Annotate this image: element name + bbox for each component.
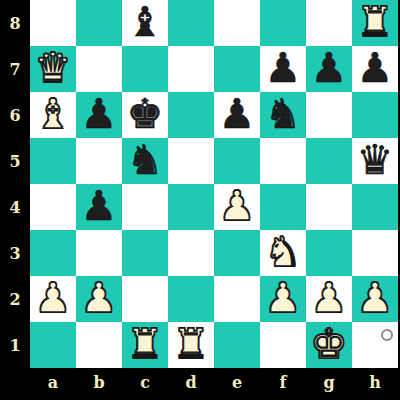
square-h8[interactable]: ♜ bbox=[352, 0, 398, 46]
piece-black-bishop[interactable]: ♝ bbox=[127, 0, 164, 45]
piece-white-pawn[interactable]: ♟ bbox=[81, 275, 118, 321]
file-label-a: a bbox=[30, 368, 76, 400]
square-e2[interactable] bbox=[214, 276, 260, 322]
square-b5[interactable] bbox=[76, 138, 122, 184]
file-label-h: h bbox=[352, 368, 398, 400]
square-h7[interactable]: ♟ bbox=[352, 46, 398, 92]
rank-label-5: 5 bbox=[0, 138, 30, 184]
piece-white-pawn[interactable]: ♟ bbox=[35, 275, 72, 321]
piece-white-bishop[interactable]: ♝ bbox=[35, 91, 72, 137]
piece-white-pawn[interactable]: ♟ bbox=[265, 275, 302, 321]
file-label-f: f bbox=[260, 368, 306, 400]
square-g2[interactable]: ♟ bbox=[306, 276, 352, 322]
square-d4[interactable] bbox=[168, 184, 214, 230]
chess-board: ♝♜♛♟♟♟♝♟♚♟♞♞♛♟♟♞♟♟♟♟♟♜♜♚ bbox=[30, 0, 398, 368]
square-c8[interactable]: ♝ bbox=[122, 0, 168, 46]
piece-black-knight[interactable]: ♞ bbox=[265, 91, 302, 137]
piece-black-pawn[interactable]: ♟ bbox=[265, 45, 302, 91]
square-d8[interactable] bbox=[168, 0, 214, 46]
square-e8[interactable] bbox=[214, 0, 260, 46]
rank-label-4: 4 bbox=[0, 184, 30, 230]
file-label-e: e bbox=[214, 368, 260, 400]
piece-white-rook[interactable]: ♜ bbox=[173, 321, 210, 367]
piece-black-pawn[interactable]: ♟ bbox=[81, 91, 118, 137]
file-label-d: d bbox=[168, 368, 214, 400]
piece-black-queen[interactable]: ♛ bbox=[357, 137, 394, 183]
piece-white-knight[interactable]: ♞ bbox=[265, 229, 302, 275]
piece-white-rook[interactable]: ♜ bbox=[357, 0, 394, 45]
square-b7[interactable] bbox=[76, 46, 122, 92]
square-c5[interactable]: ♞ bbox=[122, 138, 168, 184]
square-d3[interactable] bbox=[168, 230, 214, 276]
white-to-move-indicator bbox=[381, 329, 393, 341]
rank-label-6: 6 bbox=[0, 92, 30, 138]
square-f7[interactable]: ♟ bbox=[260, 46, 306, 92]
rank-label-3: 3 bbox=[0, 230, 30, 276]
square-a8[interactable] bbox=[30, 0, 76, 46]
square-a3[interactable] bbox=[30, 230, 76, 276]
piece-white-rook[interactable]: ♜ bbox=[127, 321, 164, 367]
square-a6[interactable]: ♝ bbox=[30, 92, 76, 138]
square-h1[interactable] bbox=[352, 322, 398, 368]
piece-white-pawn[interactable]: ♟ bbox=[357, 275, 394, 321]
square-c2[interactable] bbox=[122, 276, 168, 322]
square-a1[interactable] bbox=[30, 322, 76, 368]
piece-white-pawn[interactable]: ♟ bbox=[311, 275, 348, 321]
square-g7[interactable]: ♟ bbox=[306, 46, 352, 92]
square-b2[interactable]: ♟ bbox=[76, 276, 122, 322]
square-e3[interactable] bbox=[214, 230, 260, 276]
square-h6[interactable] bbox=[352, 92, 398, 138]
square-b8[interactable] bbox=[76, 0, 122, 46]
square-e5[interactable] bbox=[214, 138, 260, 184]
piece-white-queen[interactable]: ♛ bbox=[35, 45, 72, 91]
piece-white-pawn[interactable]: ♟ bbox=[219, 183, 256, 229]
piece-black-pawn[interactable]: ♟ bbox=[311, 45, 348, 91]
rank-label-7: 7 bbox=[0, 46, 30, 92]
square-f2[interactable]: ♟ bbox=[260, 276, 306, 322]
file-label-b: b bbox=[76, 368, 122, 400]
square-f1[interactable] bbox=[260, 322, 306, 368]
square-g3[interactable] bbox=[306, 230, 352, 276]
rank-label-2: 2 bbox=[0, 276, 30, 322]
square-b3[interactable] bbox=[76, 230, 122, 276]
piece-black-king[interactable]: ♚ bbox=[127, 91, 164, 137]
square-a4[interactable] bbox=[30, 184, 76, 230]
square-h4[interactable] bbox=[352, 184, 398, 230]
square-e1[interactable] bbox=[214, 322, 260, 368]
square-f4[interactable] bbox=[260, 184, 306, 230]
square-h2[interactable]: ♟ bbox=[352, 276, 398, 322]
piece-black-knight[interactable]: ♞ bbox=[127, 137, 164, 183]
square-f8[interactable] bbox=[260, 0, 306, 46]
square-f6[interactable]: ♞ bbox=[260, 92, 306, 138]
square-d2[interactable] bbox=[168, 276, 214, 322]
rank-label-8: 8 bbox=[0, 0, 30, 46]
square-a5[interactable] bbox=[30, 138, 76, 184]
square-e7[interactable] bbox=[214, 46, 260, 92]
square-d1[interactable]: ♜ bbox=[168, 322, 214, 368]
square-f5[interactable] bbox=[260, 138, 306, 184]
square-g1[interactable]: ♚ bbox=[306, 322, 352, 368]
rank-label-1: 1 bbox=[0, 322, 30, 368]
square-d7[interactable] bbox=[168, 46, 214, 92]
square-c1[interactable]: ♜ bbox=[122, 322, 168, 368]
file-label-g: g bbox=[306, 368, 352, 400]
piece-black-pawn[interactable]: ♟ bbox=[81, 183, 118, 229]
rank-labels: 87654321 bbox=[0, 0, 30, 368]
square-d6[interactable] bbox=[168, 92, 214, 138]
file-labels: abcdefgh bbox=[30, 368, 398, 400]
piece-black-pawn[interactable]: ♟ bbox=[357, 45, 394, 91]
square-h3[interactable] bbox=[352, 230, 398, 276]
square-d5[interactable] bbox=[168, 138, 214, 184]
square-g4[interactable] bbox=[306, 184, 352, 230]
square-c6[interactable]: ♚ bbox=[122, 92, 168, 138]
square-b1[interactable] bbox=[76, 322, 122, 368]
chess-board-frame: 87654321 ♝♜♛♟♟♟♝♟♚♟♞♞♛♟♟♞♟♟♟♟♟♜♜♚ abcdef… bbox=[0, 0, 400, 400]
square-e4[interactable]: ♟ bbox=[214, 184, 260, 230]
piece-white-king[interactable]: ♚ bbox=[311, 321, 348, 367]
file-label-c: c bbox=[122, 368, 168, 400]
square-b6[interactable]: ♟ bbox=[76, 92, 122, 138]
square-g5[interactable] bbox=[306, 138, 352, 184]
square-g6[interactable] bbox=[306, 92, 352, 138]
square-a7[interactable]: ♛ bbox=[30, 46, 76, 92]
piece-black-pawn[interactable]: ♟ bbox=[219, 91, 256, 137]
square-h5[interactable]: ♛ bbox=[352, 138, 398, 184]
square-e6[interactable]: ♟ bbox=[214, 92, 260, 138]
square-c4[interactable] bbox=[122, 184, 168, 230]
square-a2[interactable]: ♟ bbox=[30, 276, 76, 322]
square-c3[interactable] bbox=[122, 230, 168, 276]
square-b4[interactable]: ♟ bbox=[76, 184, 122, 230]
square-g8[interactable] bbox=[306, 0, 352, 46]
square-c7[interactable] bbox=[122, 46, 168, 92]
square-f3[interactable]: ♞ bbox=[260, 230, 306, 276]
